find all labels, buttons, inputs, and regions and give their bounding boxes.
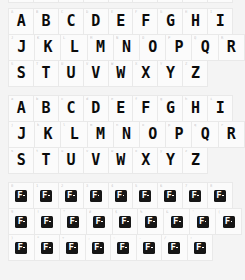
tile-char-label: 1 <box>36 184 38 188</box>
tile-char-label: ! <box>37 210 39 214</box>
tile-char-label: i <box>210 97 212 101</box>
letter-glyph: G <box>166 101 175 116</box>
glyph-tile-k[interactable]: kK <box>34 121 61 148</box>
placeholder-glyph-icon: F <box>117 242 129 254</box>
letter-glyph: G <box>166 14 175 29</box>
letter-glyph: N <box>122 127 131 142</box>
glyph-tile-o[interactable]: oO <box>139 121 166 148</box>
glyph-tile-Q[interactable]: QQ <box>191 34 218 61</box>
placeholder-glyph-icon: F <box>119 216 131 228</box>
glyph-tile-r[interactable]: rR <box>218 121 245 148</box>
glyph-tile-g[interactable]: gG <box>157 95 183 122</box>
cutoff-tile <box>157 0 183 3</box>
tile-char-label: . <box>139 236 141 240</box>
glyph-tile--[interactable]: -F <box>110 234 137 261</box>
tile-char-label: 0 <box>11 184 13 188</box>
letter-glyph: S <box>17 153 26 168</box>
letter-glyph: R <box>227 40 236 55</box>
placeholder-glyph-icon: F <box>194 242 206 254</box>
tile-char-label: 4 <box>111 184 113 188</box>
placeholder-dot <box>49 221 51 223</box>
placeholder-letter: F <box>70 217 75 226</box>
glyph-tile-N[interactable]: NN <box>113 34 140 61</box>
tile-char-label: 8 <box>210 184 212 188</box>
placeholder-letter: F <box>18 243 23 252</box>
tile-char-label: / <box>164 236 166 240</box>
glyph-section-digits-and-punctuation-undefined: 0F1F2F3F4F5F6F7F8F9F!F"F#F$F%F&F'F(F)F*F… <box>8 182 245 261</box>
placeholder-letter: F <box>67 191 72 200</box>
placeholder-dot <box>179 221 181 223</box>
cutoff-tile <box>207 0 233 3</box>
tile-char-label: D <box>86 10 88 14</box>
glyph-tile-v[interactable]: vV <box>83 147 109 174</box>
placeholder-glyph-icon: F <box>214 190 226 202</box>
glyph-tile-![interactable]: !F <box>34 208 61 235</box>
tile-char-label: h <box>185 97 187 101</box>
tile-char-label: V <box>86 62 88 66</box>
glyph-tile-4[interactable]: 4F <box>108 182 134 209</box>
tile-char-label: m <box>90 123 92 127</box>
tile-char-label: y <box>160 149 162 153</box>
letter-glyph: D <box>91 101 100 116</box>
placeholder-letter: F <box>117 191 122 200</box>
tile-char-label: d <box>86 97 88 101</box>
letter-glyph: M <box>96 40 105 55</box>
placeholder-letter: F <box>173 217 178 226</box>
tile-char-label: r <box>221 123 223 127</box>
placeholder-dot <box>153 221 155 223</box>
letter-glyph: A <box>17 101 26 116</box>
tile-char-label: 9 <box>11 210 13 214</box>
glyph-tile-R[interactable]: RR <box>218 34 245 61</box>
tile-char-label: t <box>36 149 38 153</box>
letter-glyph: H <box>191 14 200 29</box>
glyph-tile-d[interactable]: dD <box>83 95 109 122</box>
letter-glyph: Y <box>166 153 175 168</box>
letter-glyph: R <box>227 127 236 142</box>
tile-char-label: R <box>221 36 223 40</box>
glyph-tile-3[interactable]: 3F <box>83 182 109 209</box>
tile-char-label: 7 <box>185 184 187 188</box>
glyph-tile-u[interactable]: uU <box>58 147 84 174</box>
glyph-row: 0F1F2F3F4F5F6F7F8F <box>8 182 245 209</box>
glyph-tile-'[interactable]: 'F <box>189 208 216 235</box>
tile-char-label: n <box>116 123 118 127</box>
placeholder-glyph-icon: F <box>189 190 201 202</box>
placeholder-dot <box>127 221 129 223</box>
letter-glyph: D <box>91 14 100 29</box>
glyph-tile-.[interactable]: .F <box>136 234 163 261</box>
glyph-tile-A[interactable]: AA <box>8 8 34 35</box>
tile-char-label: u <box>61 149 63 153</box>
glyph-tile-f[interactable]: fF <box>132 95 158 122</box>
placeholder-glyph-icon: F <box>15 216 27 228</box>
glyph-tile-j[interactable]: jJ <box>8 121 35 148</box>
tile-char-label: " <box>63 210 65 214</box>
letter-glyph: L <box>70 40 79 55</box>
tile-char-label: - <box>113 236 115 240</box>
placeholder-glyph-icon: F <box>139 190 151 202</box>
tile-char-label: 2 <box>61 184 63 188</box>
placeholder-dot <box>151 247 153 249</box>
letter-glyph: L <box>70 127 79 142</box>
tile-char-label: $ <box>115 210 117 214</box>
glyph-tile-%24[interactable]: $F <box>112 208 139 235</box>
glyph-tile-([interactable]: (F <box>215 208 242 235</box>
tile-char-label: B <box>36 10 38 14</box>
glyph-tile-1[interactable]: 1F <box>33 182 59 209</box>
placeholder-glyph-icon: F <box>143 242 155 254</box>
tile-char-label: * <box>37 236 39 240</box>
glyph-tile-I[interactable]: II <box>207 8 233 35</box>
placeholder-dot <box>98 195 100 197</box>
glyph-tile-W[interactable]: WW <box>108 60 134 87</box>
placeholder-dot <box>222 195 224 197</box>
tile-char-label: T <box>36 62 38 66</box>
glyph-tile-b[interactable]: bB <box>33 95 59 122</box>
tile-char-label: j <box>11 123 13 127</box>
glyph-tile-t[interactable]: tT <box>33 147 59 174</box>
letter-glyph: V <box>91 66 100 81</box>
tile-char-label: g <box>160 97 162 101</box>
cutoff-tile <box>108 0 134 3</box>
tile-char-label: W <box>111 62 113 66</box>
placeholder-dot <box>101 221 103 223</box>
placeholder-dot <box>74 247 76 249</box>
tile-char-label: & <box>166 210 168 214</box>
glyph-tile-S[interactable]: SS <box>8 60 34 87</box>
tile-char-label: ) <box>11 236 13 240</box>
placeholder-glyph-icon: F <box>92 242 104 254</box>
placeholder-letter: F <box>225 217 230 226</box>
tile-char-label: U <box>61 62 63 66</box>
placeholder-dot <box>176 247 178 249</box>
placeholder-letter: F <box>92 191 97 200</box>
tile-char-label: 3 <box>86 184 88 188</box>
glyph-tile-F[interactable]: FF <box>132 8 158 35</box>
letter-glyph: X <box>141 153 150 168</box>
glyph-tile-h[interactable]: hH <box>182 95 208 122</box>
placeholder-glyph-icon: F <box>164 190 176 202</box>
letter-glyph: F <box>141 14 150 29</box>
glyph-tile-)[interactable]: )F <box>8 234 35 261</box>
glyph-tile-0[interactable]: 0F <box>8 182 34 209</box>
tile-char-label: Y <box>160 62 162 66</box>
glyph-tile-Y[interactable]: YY <box>157 60 183 87</box>
glyph-tile-P[interactable]: PP <box>165 34 192 61</box>
placeholder-letter: F <box>17 191 22 200</box>
tile-char-label: H <box>185 10 187 14</box>
letter-glyph: Z <box>191 66 200 81</box>
tile-char-label: K <box>37 36 39 40</box>
glyph-tile-%2B[interactable]: +F <box>59 234 86 261</box>
tile-char-label: # <box>89 210 91 214</box>
tile-char-label: P <box>168 36 170 40</box>
glyph-tile-Z[interactable]: ZZ <box>182 60 208 87</box>
glyph-section-lowercase-mapped-to-uppercase-designs: aAbBcCdDeEfFgGhHiIjJkKlLmMnNoOpPqQrRsStT… <box>8 95 245 174</box>
placeholder-dot <box>197 195 199 197</box>
placeholder-glyph-icon: F <box>223 216 235 228</box>
letter-glyph: H <box>191 101 200 116</box>
letter-glyph: K <box>44 40 53 55</box>
tile-char-label: M <box>90 36 92 40</box>
placeholder-dot <box>231 221 233 223</box>
glyph-section-uppercase: AABBCCDDEEFFGGHHIIJJKKLLMMNNOOPPQQRRSSTT… <box>8 8 245 87</box>
glyph-tile-B[interactable]: BB <box>33 8 59 35</box>
glyph-tile-D[interactable]: DD <box>83 8 109 35</box>
placeholder-dot <box>75 221 77 223</box>
placeholder-letter: F <box>191 191 196 200</box>
letter-glyph: I <box>216 14 225 29</box>
tile-char-label: X <box>135 62 137 66</box>
placeholder-dot <box>123 195 125 197</box>
glyph-tile-6[interactable]: 6F <box>157 182 183 209</box>
glyph-tile-%22[interactable]: "F <box>60 208 87 235</box>
letter-glyph: E <box>116 101 125 116</box>
glyph-tile-O[interactable]: OO <box>139 34 166 61</box>
glyph-tile-y[interactable]: yY <box>157 147 183 174</box>
cutoff-tile <box>33 0 59 3</box>
cutoff-tile-row <box>8 0 245 3</box>
placeholder-letter: F <box>196 243 201 252</box>
glyph-tile-s[interactable]: sS <box>8 147 34 174</box>
letter-glyph: W <box>116 153 125 168</box>
placeholder-letter: F <box>42 191 47 200</box>
placeholder-letter: F <box>171 243 176 252</box>
cutoff-tile <box>182 0 208 3</box>
letter-glyph: I <box>216 101 225 116</box>
tile-char-label: E <box>111 10 113 14</box>
placeholder-dot <box>172 195 174 197</box>
letter-glyph: J <box>17 127 26 142</box>
placeholder-letter: F <box>167 191 172 200</box>
glyph-tile-2[interactable]: 2F <box>58 182 84 209</box>
placeholder-dot <box>49 247 51 249</box>
glyph-grid: AABBCCDDEEFFGGHHIIJJKKLLMMNNOOPPQQRRSSTT… <box>8 0 245 261</box>
glyph-row: sStTuUvVwWxXyYzZ <box>8 148 245 174</box>
placeholder-letter: F <box>120 243 125 252</box>
tile-char-label: v <box>86 149 88 153</box>
glyph-row: 9F!F"F#F$F%F&F'F(F <box>8 209 245 235</box>
placeholder-dot <box>48 195 50 197</box>
glyph-tile-L[interactable]: LL <box>60 34 87 61</box>
glyph-row: SSTTUUVVWWXXYYZZ <box>8 61 245 87</box>
tile-char-label: ( <box>218 210 220 214</box>
placeholder-glyph-icon: F <box>15 242 27 254</box>
tile-char-label: F <box>135 10 137 14</box>
glyph-tile-7[interactable]: 7F <box>182 182 208 209</box>
letter-glyph: M <box>96 127 105 142</box>
glyph-tile-p[interactable]: pP <box>165 121 192 148</box>
placeholder-dot <box>73 195 75 197</box>
placeholder-letter: F <box>216 191 221 200</box>
tile-char-label: + <box>62 236 64 240</box>
tile-char-label: w <box>111 149 113 153</box>
placeholder-letter: F <box>147 217 152 226</box>
tile-char-label: % <box>140 210 142 214</box>
glyph-tile-%3A[interactable]: :F <box>187 234 214 261</box>
placeholder-glyph-icon: F <box>66 242 78 254</box>
tile-char-label: ' <box>192 210 194 214</box>
tile-char-label: k <box>37 123 39 127</box>
glyph-tile-E[interactable]: EE <box>108 8 134 35</box>
tile-char-label: a <box>11 97 13 101</box>
tile-char-label: Q <box>194 36 196 40</box>
letter-glyph: B <box>42 101 51 116</box>
tile-char-label: A <box>11 10 13 14</box>
placeholder-letter: F <box>69 243 74 252</box>
cutoff-tile <box>58 0 84 3</box>
letter-glyph: E <box>116 14 125 29</box>
glyph-tile-i[interactable]: iI <box>207 95 233 122</box>
letter-glyph: J <box>17 40 26 55</box>
letter-glyph: A <box>17 14 26 29</box>
placeholder-glyph-icon: F <box>15 190 27 202</box>
letter-glyph: U <box>66 153 75 168</box>
glyph-tile-x[interactable]: xX <box>132 147 158 174</box>
glyph-tile-%2F[interactable]: /F <box>161 234 188 261</box>
glyph-tile-X[interactable]: XX <box>132 60 158 87</box>
letter-glyph: T <box>42 153 51 168</box>
letter-glyph: W <box>116 66 125 81</box>
glyph-tile-*[interactable]: *F <box>34 234 61 261</box>
glyph-tile-%26[interactable]: &F <box>163 208 190 235</box>
glyph-row: aAbBcCdDeEfFgGhHiI <box>8 95 245 122</box>
tile-char-label: o <box>142 123 144 127</box>
placeholder-glyph-icon: F <box>93 216 105 228</box>
placeholder-glyph-icon: F <box>115 190 127 202</box>
glyph-tile-K[interactable]: KK <box>34 34 61 61</box>
placeholder-glyph-icon: F <box>41 216 53 228</box>
placeholder-dot <box>202 247 204 249</box>
glyph-tile-J[interactable]: JJ <box>8 34 35 61</box>
glyph-sections: AABBCCDDEEFFGGHHIIJJKKLLMMNNOOPPQQRRSSTT… <box>8 8 245 261</box>
glyph-tile-n[interactable]: nN <box>113 121 140 148</box>
letter-glyph: C <box>66 101 75 116</box>
tile-char-label: l <box>63 123 65 127</box>
placeholder-glyph-icon: F <box>145 216 157 228</box>
placeholder-letter: F <box>121 217 126 226</box>
glyph-tile-V[interactable]: VV <box>83 60 109 87</box>
tile-char-label: I <box>210 10 212 14</box>
tile-char-label: z <box>185 149 187 153</box>
glyph-tile-z[interactable]: zZ <box>182 147 208 174</box>
placeholder-glyph-icon: F <box>168 242 180 254</box>
glyph-tile-%23[interactable]: #F <box>86 208 113 235</box>
placeholder-glyph-icon: F <box>40 190 52 202</box>
letter-glyph: P <box>174 127 183 142</box>
letter-glyph: F <box>141 101 150 116</box>
placeholder-letter: F <box>18 217 23 226</box>
letter-glyph: Q <box>201 40 210 55</box>
letter-glyph: N <box>122 40 131 55</box>
placeholder-glyph-icon: F <box>171 216 183 228</box>
glyph-tile-5[interactable]: 5F <box>132 182 158 209</box>
glyph-tile-U[interactable]: UU <box>58 60 84 87</box>
tile-char-label: p <box>168 123 170 127</box>
glyph-tile-%25[interactable]: %F <box>137 208 164 235</box>
letter-glyph: U <box>66 66 75 81</box>
glyph-tile-l[interactable]: lL <box>60 121 87 148</box>
tile-char-label: 5 <box>135 184 137 188</box>
glyph-tile-m[interactable]: mM <box>87 121 114 148</box>
letter-glyph: Q <box>201 127 210 142</box>
letter-glyph: Z <box>191 153 200 168</box>
placeholder-letter: F <box>199 217 204 226</box>
glyph-tile-8[interactable]: 8F <box>207 182 233 209</box>
glyph-tile-9[interactable]: 9F <box>8 208 35 235</box>
glyph-row: AABBCCDDEEFFGGHHII <box>8 8 245 35</box>
placeholder-dot <box>125 247 127 249</box>
placeholder-glyph-icon: F <box>41 242 53 254</box>
glyph-tile-%2C[interactable]: ,F <box>85 234 112 261</box>
tile-char-label: b <box>36 97 38 101</box>
placeholder-letter: F <box>94 243 99 252</box>
glyph-tile-w[interactable]: wW <box>108 147 134 174</box>
tile-char-label: G <box>160 10 162 14</box>
tile-char-label: S <box>11 62 13 66</box>
placeholder-dot <box>23 195 25 197</box>
tile-char-label: f <box>135 97 137 101</box>
tile-char-label: Z <box>185 62 187 66</box>
tile-char-label: N <box>116 36 118 40</box>
letter-glyph: B <box>42 14 51 29</box>
tile-char-label: C <box>61 10 63 14</box>
tile-char-label: c <box>61 97 63 101</box>
tile-char-label: , <box>88 236 90 240</box>
placeholder-letter: F <box>43 243 48 252</box>
tile-char-label: x <box>135 149 137 153</box>
glyph-tile-C[interactable]: CC <box>58 8 84 35</box>
placeholder-dot <box>147 195 149 197</box>
tile-char-label: J <box>11 36 13 40</box>
tile-char-label: O <box>142 36 144 40</box>
glyph-tile-e[interactable]: eE <box>108 95 134 122</box>
glyph-tile-c[interactable]: cC <box>58 95 84 122</box>
glyph-tile-q[interactable]: qQ <box>191 121 218 148</box>
placeholder-dot <box>23 221 25 223</box>
glyph-row: )F*F+F,F-F.F/F:F <box>8 235 245 261</box>
tile-char-label: e <box>111 97 113 101</box>
tile-char-label: s <box>11 149 13 153</box>
glyph-row: JJKKLLMMNNOOPPQQRR <box>8 35 245 61</box>
cutoff-tile <box>132 0 158 3</box>
placeholder-dot <box>205 221 207 223</box>
glyph-row: jJkKlLmMnNoOpPqQrR <box>8 122 245 148</box>
cutoff-tile <box>8 0 34 3</box>
placeholder-glyph-icon: F <box>197 216 209 228</box>
placeholder-letter: F <box>44 217 49 226</box>
placeholder-letter: F <box>95 217 100 226</box>
placeholder-dot <box>23 247 25 249</box>
placeholder-dot <box>100 247 102 249</box>
letter-glyph: O <box>148 127 157 142</box>
tile-char-label: 6 <box>160 184 162 188</box>
letter-glyph: S <box>17 66 26 81</box>
letter-glyph: O <box>148 40 157 55</box>
glyph-tile-M[interactable]: MM <box>87 34 114 61</box>
placeholder-glyph-icon: F <box>90 190 102 202</box>
glyph-tile-G[interactable]: GG <box>157 8 183 35</box>
glyph-tile-a[interactable]: aA <box>8 95 34 122</box>
placeholder-glyph-icon: F <box>65 190 77 202</box>
placeholder-glyph-icon: F <box>67 216 79 228</box>
letter-glyph: K <box>44 127 53 142</box>
letter-glyph: P <box>174 40 183 55</box>
letter-glyph: T <box>42 66 51 81</box>
glyph-tile-T[interactable]: TT <box>33 60 59 87</box>
glyph-tile-H[interactable]: HH <box>182 8 208 35</box>
